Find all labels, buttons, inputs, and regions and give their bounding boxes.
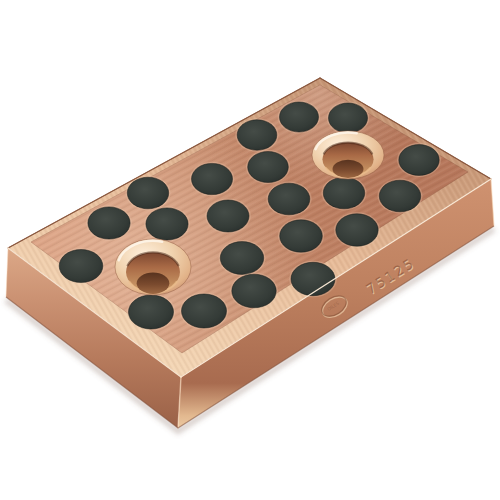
graphite-plug [291, 262, 335, 295]
graphite-plug [280, 220, 323, 252]
photo-stage: OILES 75125 75125 [0, 0, 500, 500]
graphite-plug [207, 200, 249, 232]
hole-through-bore [333, 160, 364, 178]
graphite-plug [146, 208, 188, 240]
countersunk-hole [312, 131, 384, 179]
graphite-plug [323, 177, 364, 209]
graphite-plug [248, 152, 289, 183]
graphite-plug [192, 163, 233, 194]
graphite-plug [59, 250, 103, 283]
slide-plate-product-photo: OILES 75125 75125 [0, 0, 500, 500]
hole-through-bore [137, 273, 170, 294]
countersunk-hole [115, 239, 191, 295]
graphite-plug [129, 295, 174, 329]
graphite-plug [399, 145, 439, 176]
graphite-plug [268, 183, 310, 215]
graphite-plug [336, 214, 378, 246]
graphite-plug [182, 294, 227, 328]
graphite-plug [88, 207, 130, 239]
graphite-plug [127, 177, 168, 209]
graphite-plug [329, 103, 368, 133]
graphite-plug [220, 242, 263, 275]
graphite-plug [379, 180, 420, 212]
graphite-plug [237, 120, 277, 150]
graphite-plug [232, 274, 276, 308]
graphite-plug [280, 102, 319, 132]
